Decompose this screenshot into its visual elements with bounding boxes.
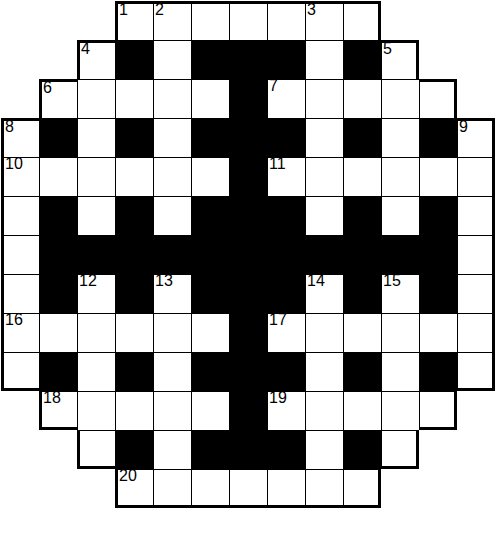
black-cell-r8c7 [229, 274, 267, 313]
clue-number-19: 19 [269, 390, 287, 406]
white-cell-r6c11[interactable] [381, 196, 419, 235]
white-cell-r4c1[interactable]: 8 [1, 118, 39, 157]
black-cell-r2c4 [115, 40, 153, 79]
black-cell-r7c10 [343, 235, 381, 274]
black-cell-r3c7 [229, 79, 267, 118]
white-cell-r5c6[interactable] [191, 157, 229, 196]
white-cell-r5c12[interactable] [419, 157, 457, 196]
white-cell-r13c10[interactable] [343, 469, 381, 508]
black-cell-r8c12 [419, 274, 457, 313]
clue-number-3: 3 [307, 2, 316, 18]
black-cell-r9c7 [229, 313, 267, 352]
white-cell-r13c8[interactable] [267, 469, 305, 508]
white-cell-r11c9[interactable] [305, 391, 343, 430]
black-cell-r8c8 [267, 274, 305, 313]
black-cell-r2c7 [229, 40, 267, 79]
white-cell-r2c3[interactable]: 4 [77, 40, 115, 79]
white-cell-r9c5[interactable] [153, 313, 191, 352]
white-cell-r2c9[interactable] [305, 40, 343, 79]
white-cell-r2c5[interactable] [153, 40, 191, 79]
black-cell-r12c8 [267, 430, 305, 469]
black-cell-r7c2 [39, 235, 77, 274]
black-cell-r8c6 [191, 274, 229, 313]
white-cell-r13c5[interactable] [153, 469, 191, 508]
white-cell-r13c7[interactable] [229, 469, 267, 508]
clue-number-11: 11 [269, 156, 286, 172]
white-cell-r2c11[interactable]: 5 [381, 40, 419, 79]
white-cell-r12c9[interactable] [305, 430, 343, 469]
black-cell-r6c4 [115, 196, 153, 235]
black-cell-r10c6 [191, 352, 229, 391]
white-cell-r4c11[interactable] [381, 118, 419, 157]
black-cell-r7c7 [229, 235, 267, 274]
white-cell-r3c9[interactable] [305, 79, 343, 118]
black-cell-r7c4 [115, 235, 153, 274]
black-cell-r10c12 [419, 352, 457, 391]
black-cell-r12c6 [191, 430, 229, 469]
black-cell-r4c10 [343, 118, 381, 157]
clue-number-12: 12 [79, 273, 97, 289]
white-cell-r5c3[interactable] [77, 157, 115, 196]
white-cell-r9c3[interactable] [77, 313, 115, 352]
white-cell-r3c2[interactable]: 6 [39, 79, 77, 118]
black-cell-r7c5 [153, 235, 191, 274]
black-cell-r8c10 [343, 274, 381, 313]
clue-number-5: 5 [383, 41, 392, 57]
white-cell-r5c13[interactable] [457, 157, 495, 196]
white-cell-r11c2[interactable]: 18 [39, 391, 77, 430]
white-cell-r11c3[interactable] [77, 391, 115, 430]
clue-number-20: 20 [119, 468, 137, 484]
black-cell-r10c2 [39, 352, 77, 391]
crossword-board: 1234567891011121314151617181920 [1, 1, 495, 508]
black-cell-r7c8 [267, 235, 305, 274]
white-cell-r9c11[interactable] [381, 313, 419, 352]
black-cell-r11c7 [229, 391, 267, 430]
white-cell-r5c4[interactable] [115, 157, 153, 196]
black-cell-r6c7 [229, 196, 267, 235]
black-cell-r7c11 [381, 235, 419, 274]
white-cell-r10c13[interactable] [457, 352, 495, 391]
white-cell-r4c9[interactable] [305, 118, 343, 157]
clue-number-6: 6 [43, 80, 52, 96]
white-cell-r3c5[interactable] [153, 79, 191, 118]
white-cell-r6c1[interactable] [1, 196, 39, 235]
white-cell-r9c6[interactable] [191, 313, 229, 352]
clue-number-15: 15 [383, 273, 401, 289]
white-cell-r9c12[interactable] [419, 313, 457, 352]
white-cell-r10c5[interactable] [153, 352, 191, 391]
black-cell-r4c7 [229, 118, 267, 157]
white-cell-r11c12[interactable] [419, 391, 457, 430]
white-cell-r5c11[interactable] [381, 157, 419, 196]
white-cell-r8c1[interactable] [1, 274, 39, 313]
white-cell-r10c11[interactable] [381, 352, 419, 391]
white-cell-r11c10[interactable] [343, 391, 381, 430]
white-cell-r9c9[interactable] [305, 313, 343, 352]
black-cell-r8c4 [115, 274, 153, 313]
clue-number-1: 1 [119, 2, 128, 18]
white-cell-r11c6[interactable] [191, 391, 229, 430]
clue-number-9: 9 [459, 119, 468, 135]
black-cell-r2c6 [191, 40, 229, 79]
white-cell-r12c5[interactable] [153, 430, 191, 469]
black-cell-r4c12 [419, 118, 457, 157]
white-cell-r9c4[interactable] [115, 313, 153, 352]
white-cell-r3c6[interactable] [191, 79, 229, 118]
black-cell-r7c3 [77, 235, 115, 274]
black-cell-r6c12 [419, 196, 457, 235]
white-cell-r4c5[interactable] [153, 118, 191, 157]
clue-number-17: 17 [269, 312, 287, 328]
clue-number-7: 7 [269, 78, 278, 94]
black-cell-r10c10 [343, 352, 381, 391]
white-cell-r10c9[interactable] [305, 352, 343, 391]
white-cell-r4c13[interactable]: 9 [457, 118, 495, 157]
black-cell-r4c4 [115, 118, 153, 157]
white-cell-r9c13[interactable] [457, 313, 495, 352]
white-cell-r8c3[interactable]: 12 [77, 274, 115, 313]
black-cell-r5c7 [229, 157, 267, 196]
black-cell-r10c4 [115, 352, 153, 391]
black-cell-r12c4 [115, 430, 153, 469]
white-cell-r6c3[interactable] [77, 196, 115, 235]
white-cell-r1c7[interactable] [229, 1, 267, 40]
clue-number-10: 10 [5, 156, 23, 172]
white-cell-r8c5[interactable]: 13 [153, 274, 191, 313]
white-cell-r9c1[interactable]: 16 [1, 313, 39, 352]
white-cell-r4c3[interactable] [77, 118, 115, 157]
white-cell-r5c2[interactable] [39, 157, 77, 196]
white-cell-r13c6[interactable] [191, 469, 229, 508]
clue-number-16: 16 [5, 312, 23, 328]
white-cell-r7c1[interactable] [1, 235, 39, 274]
black-cell-r4c8 [267, 118, 305, 157]
white-cell-r9c10[interactable] [343, 313, 381, 352]
white-cell-r5c8[interactable]: 11 [267, 157, 305, 196]
white-cell-r1c5[interactable]: 2 [153, 1, 191, 40]
white-cell-r12c3[interactable] [77, 430, 115, 469]
white-cell-r11c8[interactable]: 19 [267, 391, 305, 430]
white-cell-r3c4[interactable] [115, 79, 153, 118]
black-cell-r10c8 [267, 352, 305, 391]
black-cell-r8c2 [39, 274, 77, 313]
white-cell-r13c4[interactable]: 20 [115, 469, 153, 508]
white-cell-r5c5[interactable] [153, 157, 191, 196]
white-cell-r1c4[interactable]: 1 [115, 1, 153, 40]
black-cell-r4c6 [191, 118, 229, 157]
black-cell-r7c12 [419, 235, 457, 274]
white-cell-r12c11[interactable] [381, 430, 419, 469]
white-cell-r11c4[interactable] [115, 391, 153, 430]
white-cell-r7c13[interactable] [457, 235, 495, 274]
black-cell-r7c9 [305, 235, 343, 274]
clue-number-18: 18 [43, 390, 61, 406]
white-cell-r1c9[interactable]: 3 [305, 1, 343, 40]
white-cell-r13c9[interactable] [305, 469, 343, 508]
black-cell-r2c8 [267, 40, 305, 79]
white-cell-r3c11[interactable] [381, 79, 419, 118]
clue-number-14: 14 [307, 273, 325, 289]
white-cell-r6c5[interactable] [153, 196, 191, 235]
white-cell-r11c5[interactable] [153, 391, 191, 430]
white-cell-r8c11[interactable]: 15 [381, 274, 419, 313]
black-cell-r2c10 [343, 40, 381, 79]
white-cell-r1c6[interactable] [191, 1, 229, 40]
white-cell-r5c10[interactable] [343, 157, 381, 196]
black-cell-r6c10 [343, 196, 381, 235]
black-cell-r6c8 [267, 196, 305, 235]
white-cell-r9c2[interactable] [39, 313, 77, 352]
white-cell-r5c1[interactable]: 10 [1, 157, 39, 196]
clue-number-8: 8 [5, 119, 14, 135]
white-cell-r9c8[interactable]: 17 [267, 313, 305, 352]
white-cell-r1c8[interactable] [267, 1, 305, 40]
white-cell-r8c9[interactable]: 14 [305, 274, 343, 313]
white-cell-r6c9[interactable] [305, 196, 343, 235]
white-cell-r3c10[interactable] [343, 79, 381, 118]
white-cell-r11c11[interactable] [381, 391, 419, 430]
black-cell-r4c2 [39, 118, 77, 157]
white-cell-r8c13[interactable] [457, 274, 495, 313]
white-cell-r10c1[interactable] [1, 352, 39, 391]
black-cell-r6c6 [191, 196, 229, 235]
white-cell-r3c3[interactable] [77, 79, 115, 118]
white-cell-r1c10[interactable] [343, 1, 381, 40]
black-cell-r12c7 [229, 430, 267, 469]
black-cell-r7c6 [191, 235, 229, 274]
white-cell-r5c9[interactable] [305, 157, 343, 196]
black-cell-r6c2 [39, 196, 77, 235]
white-cell-r3c12[interactable] [419, 79, 457, 118]
clue-number-13: 13 [155, 273, 173, 289]
black-cell-r12c10 [343, 430, 381, 469]
black-cell-r10c7 [229, 352, 267, 391]
clue-number-2: 2 [155, 2, 164, 18]
white-cell-r10c3[interactable] [77, 352, 115, 391]
white-cell-r3c8[interactable]: 7 [267, 79, 305, 118]
white-cell-r6c13[interactable] [457, 196, 495, 235]
clue-number-4: 4 [81, 41, 90, 57]
